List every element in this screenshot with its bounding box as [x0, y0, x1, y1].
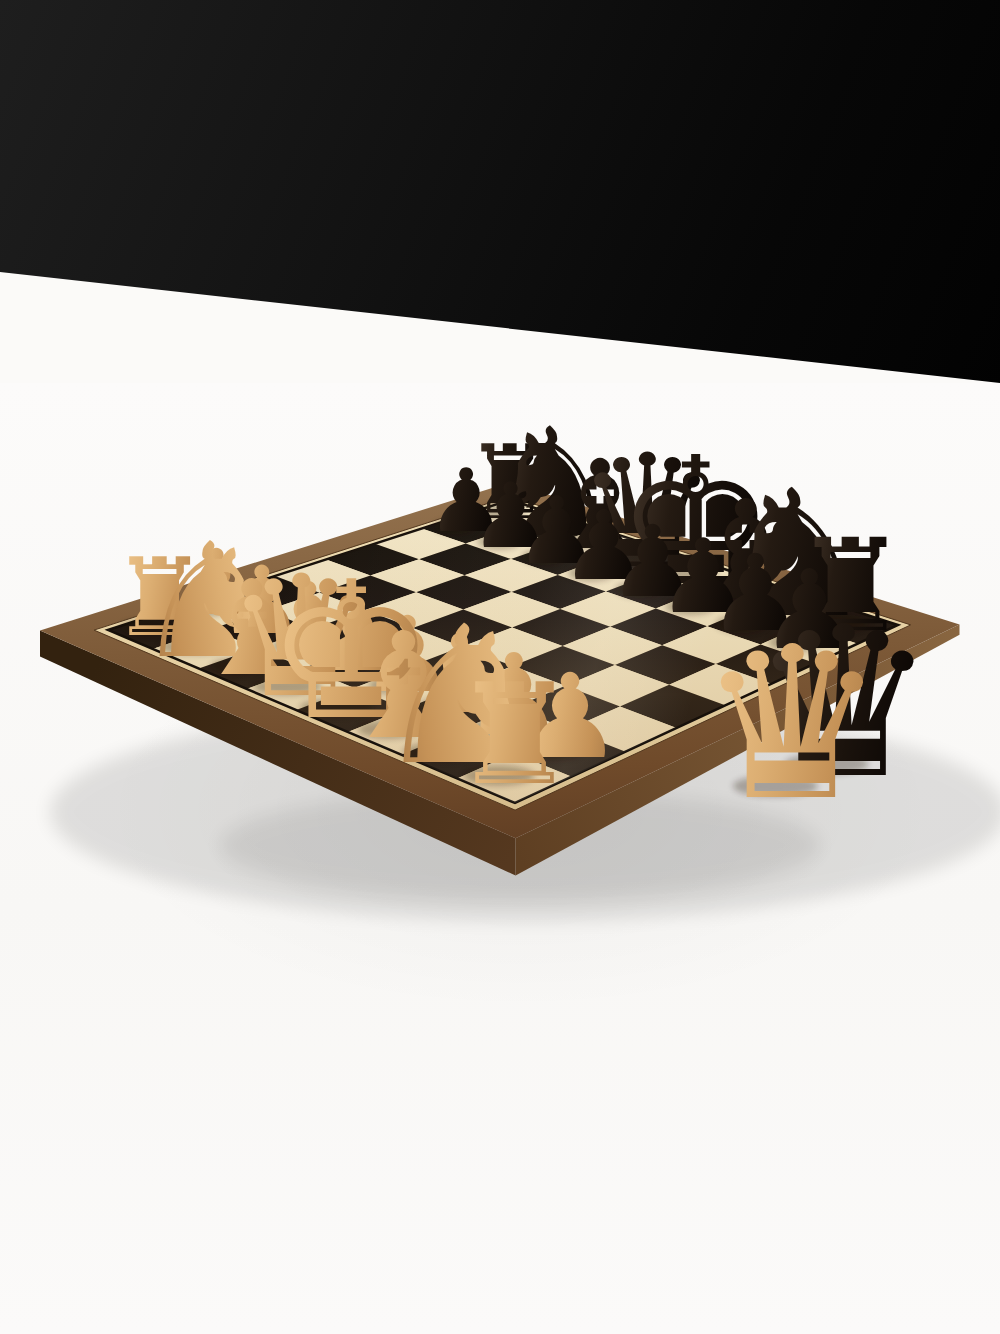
piece-shadow: [159, 639, 226, 655]
piece-shadow: [733, 775, 818, 797]
chess-board: [0, 0, 1000, 1334]
piece-shadow: [746, 597, 821, 615]
piece-shadow: [253, 678, 321, 695]
piece-shadow: [211, 658, 267, 675]
piece-shadow: [769, 633, 822, 652]
piece-shadow: [522, 549, 567, 565]
piece-shadow: [716, 615, 767, 633]
piece-shadow: [477, 534, 521, 549]
piece-shadow: [616, 581, 664, 598]
piece-shadow: [527, 740, 583, 760]
piece-shadow: [358, 720, 421, 739]
piece-shadow: [665, 598, 714, 615]
piece-shadow: [473, 505, 525, 520]
piece-shadow: [419, 697, 471, 715]
piece-shadow: [784, 753, 868, 774]
piece-shadow: [273, 638, 320, 655]
piece-shadow: [648, 564, 718, 581]
piece-shadow: [603, 549, 666, 565]
piece-shadow: [227, 619, 272, 635]
piece-shadow: [464, 765, 535, 785]
piece-shadow: [369, 676, 419, 694]
piece-shadow: [403, 742, 484, 761]
piece-shadow: [183, 601, 227, 616]
piece-shadow: [300, 698, 375, 716]
photo-stage: ♜♞♝♛♚♝♞♜♟︎♟︎♟︎♟︎♟︎♟︎♟︎♟︎♟︎♟︎♟︎♟︎♟︎♟︎♟︎♟︎…: [0, 0, 1000, 1334]
piece-shadow: [568, 565, 614, 581]
piece-shadow: [434, 519, 476, 534]
piece-shadow: [804, 614, 869, 632]
piece-shadow: [511, 519, 575, 534]
piece-shadow: [320, 657, 369, 674]
piece-shadow: [472, 718, 526, 737]
piece-shadow: [703, 580, 761, 597]
piece-shadow: [120, 620, 175, 636]
piece-shadow: [562, 534, 615, 550]
